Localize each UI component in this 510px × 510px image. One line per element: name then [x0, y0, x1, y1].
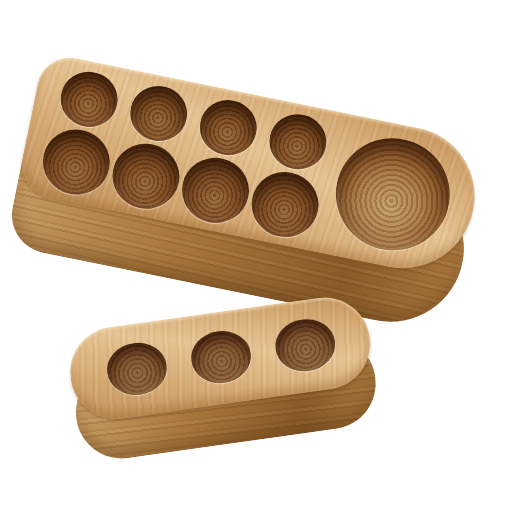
small-board-pit-1[interactable] — [103, 339, 170, 399]
small-board-pit-2[interactable] — [188, 327, 255, 387]
large-board-pit-bottom-4[interactable] — [246, 166, 325, 243]
small-board — [64, 292, 381, 465]
large-board-pit-top-2[interactable] — [125, 81, 192, 146]
large-board-pit-top-3[interactable] — [195, 95, 262, 160]
large-board-pit-bottom-3[interactable] — [176, 152, 255, 229]
large-board-pit-top-1[interactable] — [56, 67, 123, 132]
large-board-pit-bottom-1[interactable] — [37, 124, 116, 201]
product-photo-scene — [0, 0, 510, 510]
large-board-store-pit[interactable] — [326, 128, 460, 260]
small-board-pit-3[interactable] — [272, 315, 339, 375]
large-board-pit-top-4[interactable] — [264, 109, 331, 174]
large-board-pit-bottom-2[interactable] — [107, 138, 186, 215]
large-board — [5, 52, 487, 335]
